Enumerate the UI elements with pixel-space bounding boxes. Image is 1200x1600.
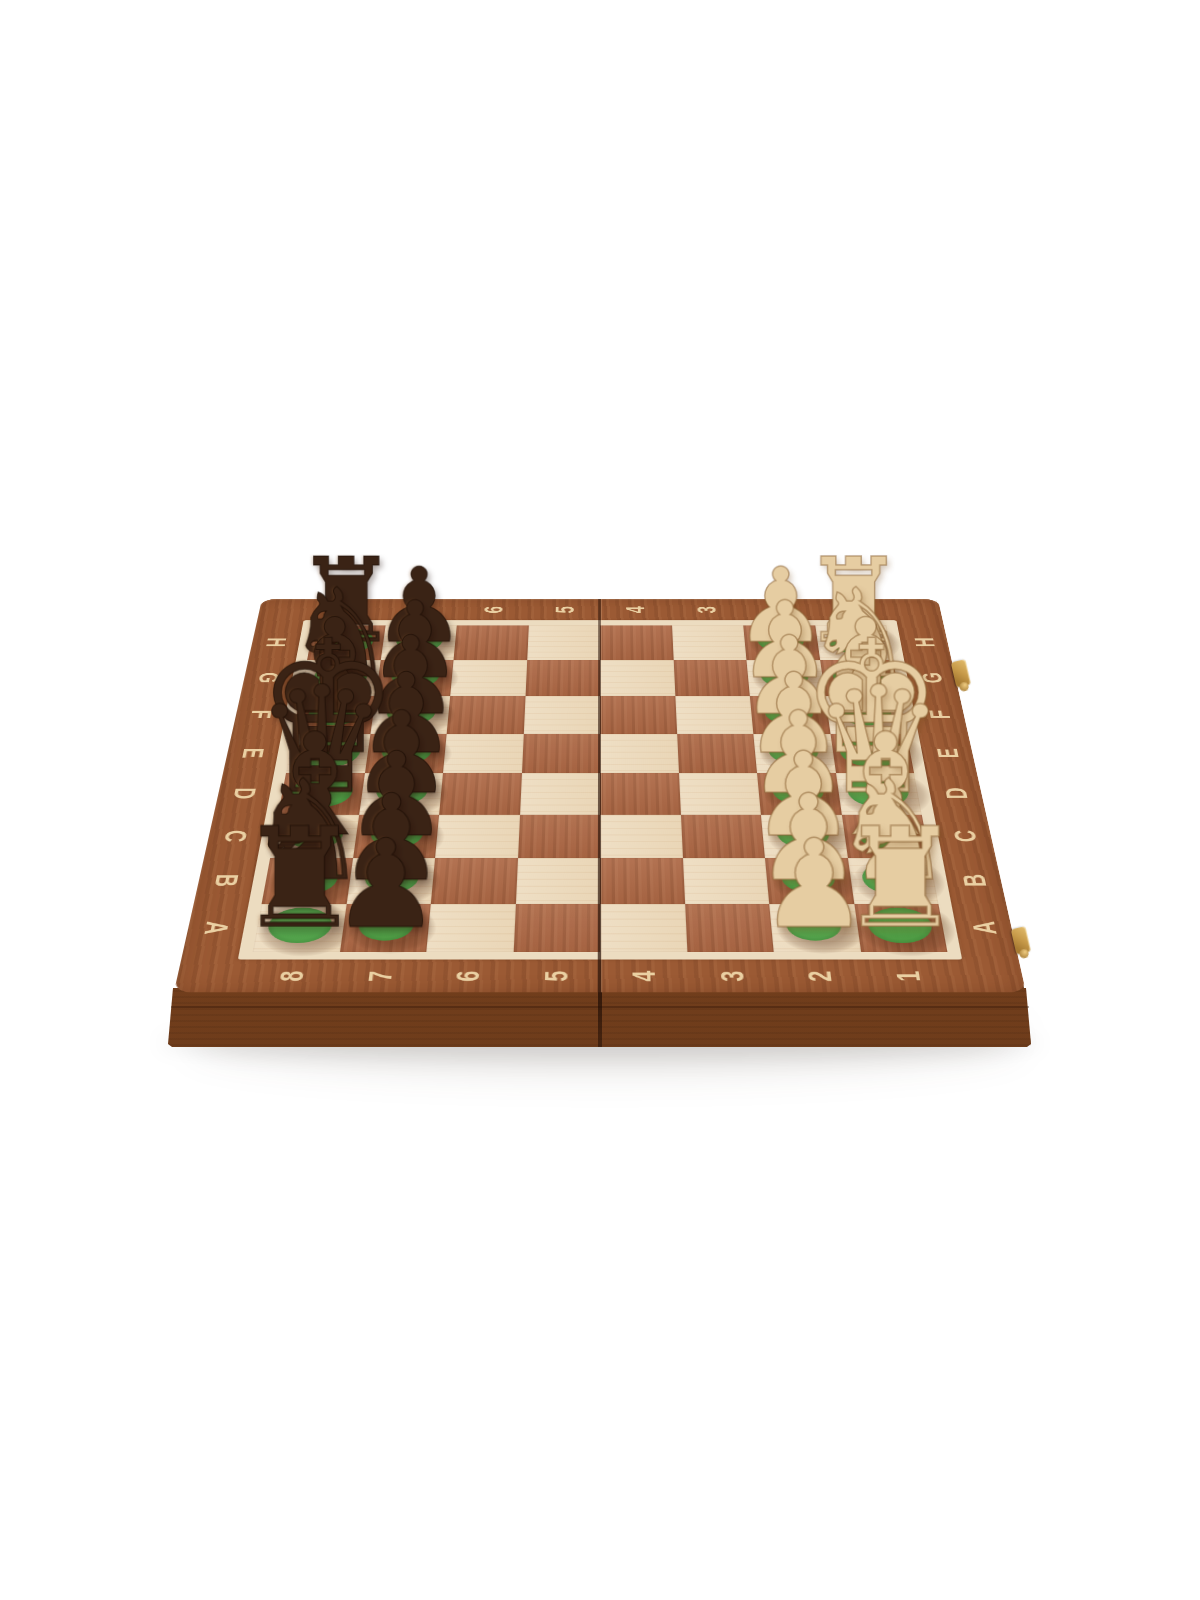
square-g6[interactable] (450, 660, 527, 696)
square-f4[interactable] (600, 696, 677, 734)
square-b4[interactable] (600, 858, 685, 904)
product-photo-chess-set: { "game": "chess", "position": "rnbqkbnr… (0, 0, 1200, 1600)
square-a5[interactable] (513, 904, 600, 952)
square-g4[interactable] (600, 660, 675, 696)
square-g3[interactable] (673, 660, 750, 696)
rank-label-far-1: 1 (829, 601, 868, 618)
piece-black-pawn-a7[interactable]: ♟ (304, 835, 468, 933)
rank-label-near-6: 6 (445, 963, 492, 989)
rank-label-near-3: 3 (709, 963, 756, 989)
square-f5[interactable] (523, 696, 600, 734)
chess-board: AABBCCDDEEFFGGHH8877665544332211 ♜♟♟♜♞♟♟… (174, 599, 1026, 993)
rank-label-far-2: 2 (758, 601, 796, 618)
rank-label-near-7: 7 (356, 963, 404, 989)
square-h6[interactable] (454, 625, 529, 659)
rank-label-near-4: 4 (621, 963, 666, 989)
square-a4[interactable] (600, 904, 687, 952)
rank-label-near-1: 1 (884, 963, 933, 989)
square-b5[interactable] (515, 858, 600, 904)
square-h4[interactable] (600, 625, 673, 659)
square-d4[interactable] (600, 773, 680, 814)
rank-label-far-3: 3 (688, 601, 725, 618)
square-e5[interactable] (522, 734, 601, 773)
rank-label-far-4: 4 (617, 601, 654, 618)
chess-scene: AABBCCDDEEFFGGHH8877665544332211 ♜♟♟♜♞♟♟… (0, 0, 1200, 1600)
square-c5[interactable] (518, 814, 600, 858)
file-label-right-H: H (904, 634, 945, 652)
rank-label-near-2: 2 (796, 963, 844, 989)
square-g5[interactable] (525, 660, 600, 696)
square-h5[interactable] (527, 625, 600, 659)
board-fold-seam (598, 599, 601, 993)
square-h3[interactable] (672, 625, 747, 659)
rank-label-far-8: 8 (332, 601, 371, 618)
rank-label-far-5: 5 (546, 601, 583, 618)
rank-label-far-6: 6 (475, 601, 512, 618)
rank-label-near-5: 5 (533, 963, 578, 989)
rank-label-far-7: 7 (404, 601, 442, 618)
square-d5[interactable] (520, 773, 600, 814)
square-c4[interactable] (600, 814, 682, 858)
board-fold-seam-side (598, 988, 602, 1047)
square-e4[interactable] (600, 734, 679, 773)
file-label-left-H: H (255, 634, 296, 652)
rank-label-near-8: 8 (267, 963, 316, 989)
piece-white-pawn-a2[interactable]: ♟ (732, 835, 896, 933)
